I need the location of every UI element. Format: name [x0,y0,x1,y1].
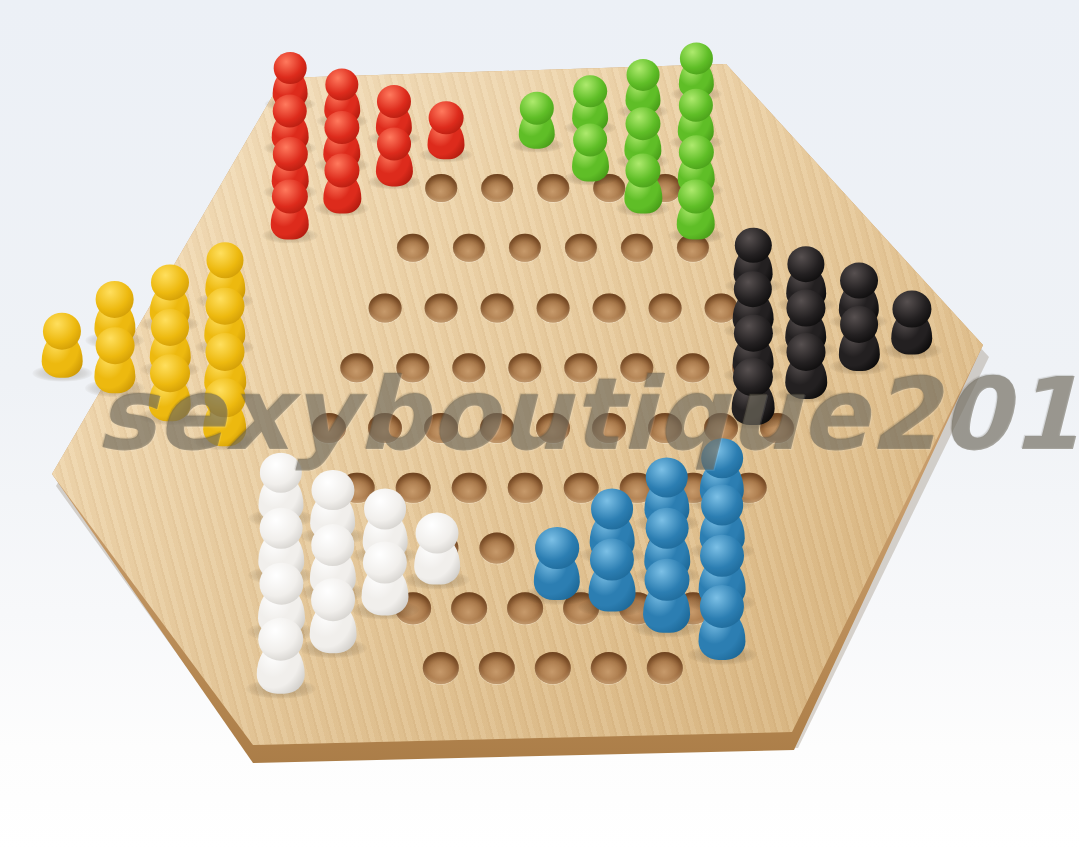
board-hole[interactable] [535,652,571,684]
peg-head [590,539,634,581]
peg-head [260,453,302,493]
board-hole[interactable] [676,353,709,382]
board-hole[interactable] [452,353,485,382]
board-hole[interactable] [565,234,597,262]
peg-head [646,508,689,549]
peg-head [377,85,411,118]
board-hole[interactable] [340,353,373,382]
peg-head [645,559,689,601]
peg-head [734,315,773,352]
peg-head [679,42,712,74]
peg-blue[interactable] [698,585,746,660]
peg-green[interactable] [572,124,609,182]
peg-head [311,578,356,621]
peg-white[interactable] [362,541,409,615]
peg-head [150,354,190,392]
peg-blue[interactable] [644,559,691,633]
board-hole[interactable] [648,413,682,443]
board-hole[interactable] [592,413,626,443]
peg-red[interactable] [323,153,361,213]
board-hole[interactable] [312,413,346,443]
peg-head [840,263,878,299]
peg-head [311,524,354,566]
peg-head [364,488,407,529]
peg-head [679,89,713,122]
peg-white[interactable] [309,578,356,653]
board-hole[interactable] [451,592,487,624]
peg-black[interactable] [892,291,933,355]
board-hole[interactable] [564,353,597,382]
peg-head [325,69,359,101]
peg-head [260,508,303,549]
board-hole[interactable] [425,174,457,202]
board-hole[interactable] [425,294,458,323]
peg-head [205,378,245,417]
peg-head [678,135,713,169]
peg-head [324,153,359,187]
peg-yellow[interactable] [41,313,82,378]
peg-head [787,290,825,327]
peg-yellow[interactable] [149,354,191,421]
peg-green[interactable] [519,92,555,149]
board-hole[interactable] [591,652,627,684]
board-hole[interactable] [536,413,570,443]
peg-head [151,264,189,300]
board-hole[interactable] [369,294,402,323]
peg-red[interactable] [375,127,412,186]
board-hole[interactable] [508,353,541,382]
peg-head [273,95,307,128]
board-hole[interactable] [453,234,485,262]
peg-black[interactable] [732,358,774,425]
peg-head [205,333,244,371]
board-hole[interactable] [423,652,459,684]
board-hole[interactable] [368,413,402,443]
board-hole[interactable] [397,234,429,262]
peg-head [415,513,458,554]
peg-black[interactable] [838,306,879,371]
peg-head [591,488,634,529]
board-hole[interactable] [452,473,487,503]
peg-green[interactable] [677,180,715,240]
peg-head [893,291,931,328]
peg-head [700,585,745,628]
peg-head [733,358,773,396]
peg-head [273,52,306,84]
peg-white[interactable] [257,618,305,694]
board-hole[interactable] [424,413,458,443]
peg-yellow[interactable] [94,327,136,393]
peg-black[interactable] [785,333,827,399]
board-hole[interactable] [649,294,682,323]
board-hole[interactable] [537,294,570,323]
board-hole[interactable] [620,353,653,382]
photo-scene: sexyboutique2010 [0,0,1079,850]
peg-white[interactable] [414,513,460,585]
board-hole[interactable] [479,652,515,684]
peg-head [786,333,825,371]
board-hole[interactable] [481,174,513,202]
peg-head [734,271,772,307]
board-hole[interactable] [481,294,514,323]
peg-head [363,541,407,583]
peg-head [700,535,744,577]
peg-blue[interactable] [534,527,580,600]
peg-head [573,124,608,157]
peg-head [151,309,190,346]
peg-red[interactable] [271,180,309,240]
peg-head [840,306,879,343]
peg-head [206,288,244,325]
peg-head [701,485,744,526]
board-hole[interactable] [509,234,541,262]
peg-red[interactable] [428,101,464,159]
peg-head [96,281,134,318]
peg-head [701,438,743,478]
board-hole[interactable] [647,652,683,684]
peg-head [377,127,412,160]
peg-head [206,242,243,278]
peg-head [43,313,82,350]
peg-yellow[interactable] [204,378,247,446]
board-hole[interactable] [508,473,543,503]
peg-head [646,458,688,498]
peg-head [325,111,360,144]
board-hole[interactable] [479,533,514,564]
peg-blue[interactable] [589,539,635,612]
board-hole[interactable] [593,294,626,323]
peg-head [625,153,660,187]
peg-head [429,101,463,134]
peg-head [272,137,307,171]
peg-head [626,107,660,140]
peg-head [787,246,824,282]
peg-green[interactable] [624,153,662,213]
board-hole[interactable] [396,353,429,382]
board-hole[interactable] [480,413,514,443]
peg-head [535,527,578,569]
board-hole[interactable] [621,234,653,262]
peg-head [573,75,607,107]
peg-head [520,92,554,125]
